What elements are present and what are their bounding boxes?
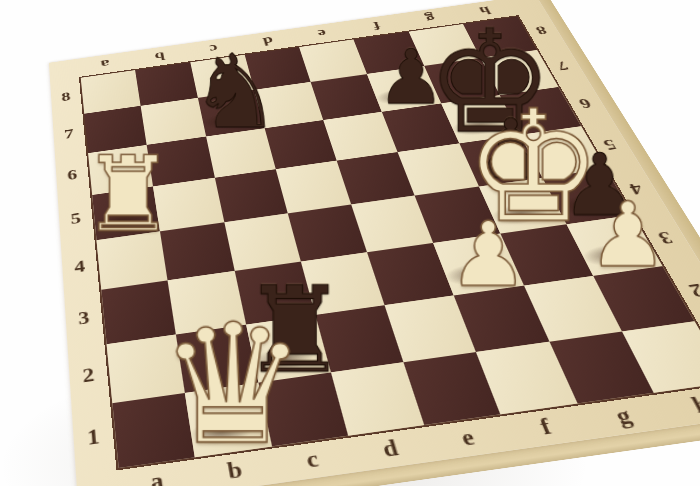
rank-label-3: 3 [64,290,104,349]
rank-label-8: 8 [50,77,82,117]
rank-label-1: 1 [72,403,117,474]
white-rook-piece[interactable]: ♜ [82,142,175,246]
square-c5[interactable] [214,169,287,222]
photo-stage: abcdefgh abcdefgh 87654321 87654321 ♞♟♚♜… [0,0,700,486]
square-b4[interactable] [160,222,234,280]
square-c6[interactable] [206,128,276,178]
white-pawn-piece[interactable]: ♟ [448,210,528,300]
square-h3[interactable]: ♟ [566,215,662,275]
square-a4[interactable] [97,231,168,289]
square-e5[interactable] [337,152,415,205]
rank-label-4: 4 [61,240,99,295]
square-b1[interactable]: ♛ [185,382,271,457]
playing-area: ♞♟♚♜♟♚♟♟♟♜♛ [79,15,700,470]
rank-label-2: 2 [68,344,110,409]
chess-board: abcdefgh abcdefgh 87654321 87654321 ♞♟♚♜… [49,0,700,486]
square-f1[interactable] [476,342,577,415]
square-a5[interactable]: ♜ [92,186,160,240]
square-c7[interactable]: ♞ [197,90,264,136]
square-e4[interactable] [351,196,433,253]
white-queen-piece[interactable]: ♛ [159,303,308,469]
scene: abcdefgh abcdefgh 87654321 87654321 ♞♟♚♜… [0,0,700,486]
white-pawn-piece[interactable]: ♟ [587,190,667,280]
